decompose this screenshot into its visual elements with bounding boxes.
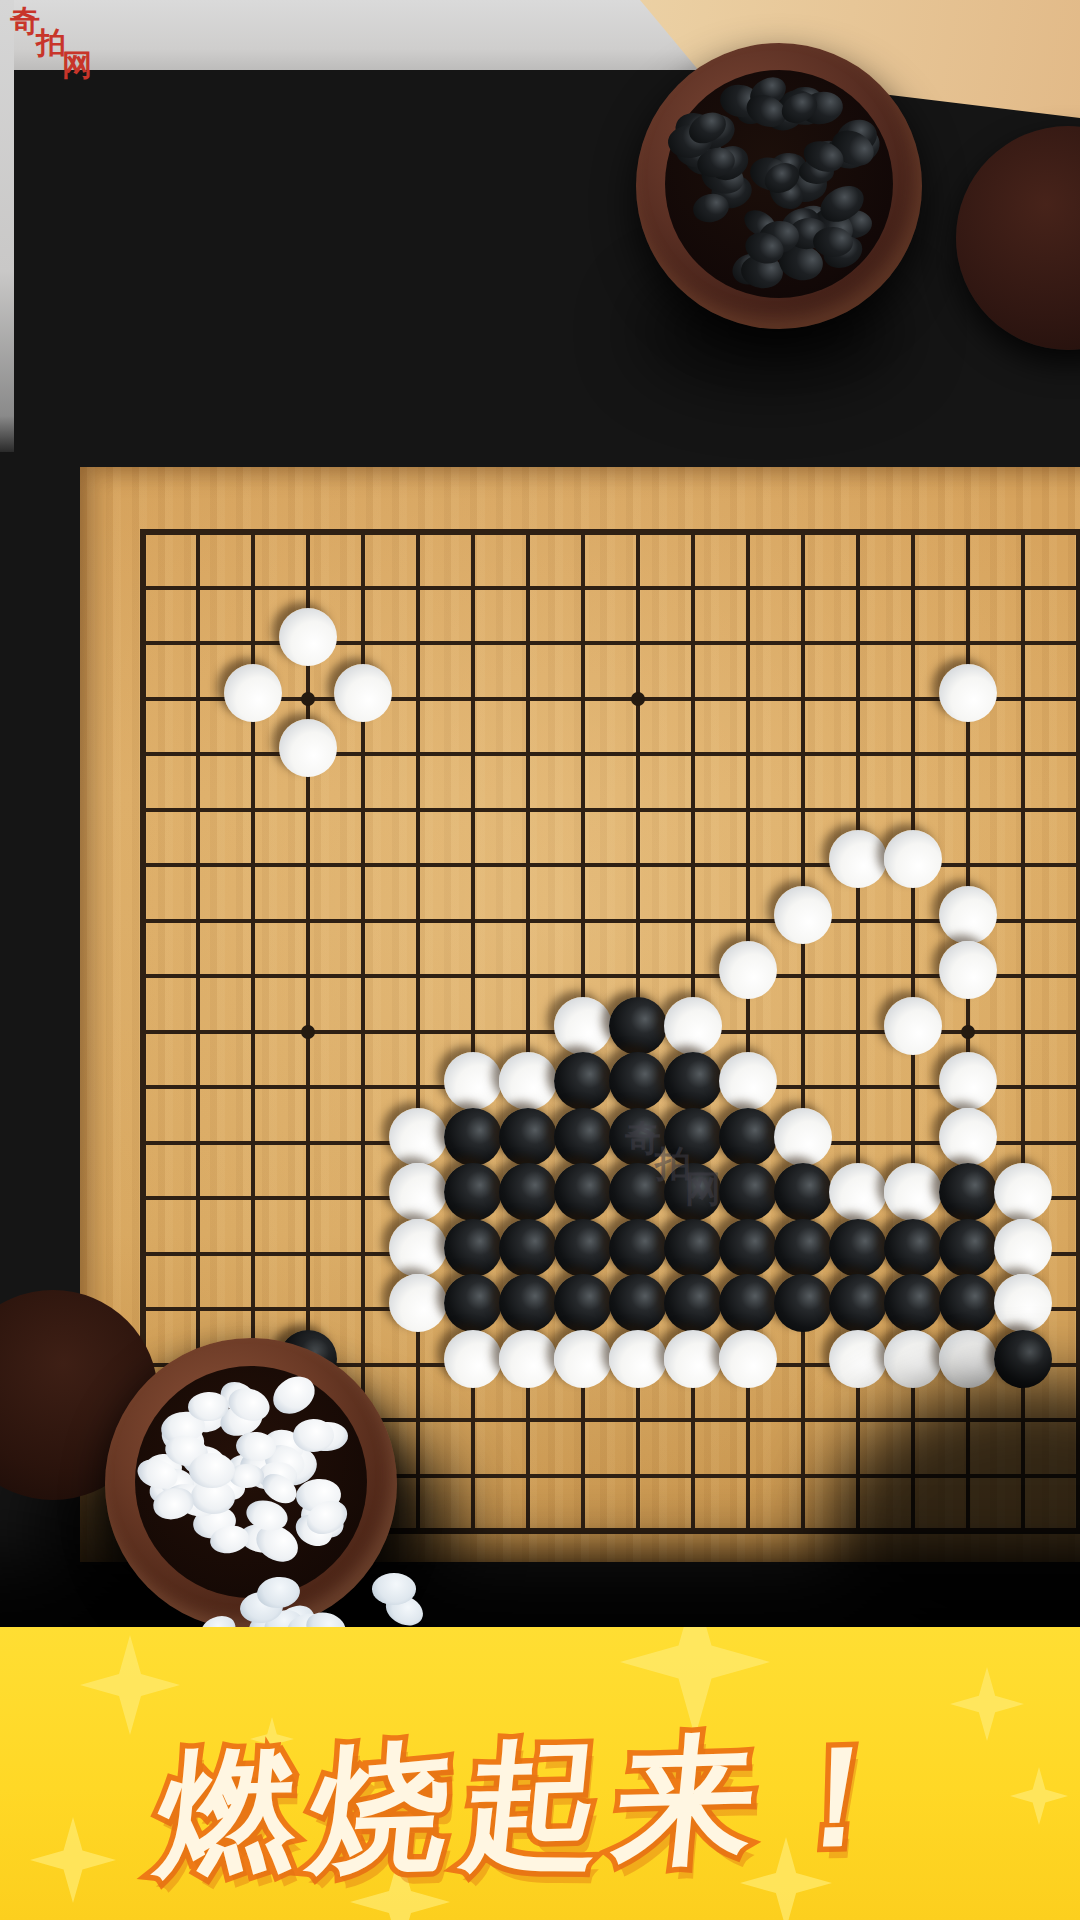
bowl-stone-white bbox=[189, 1453, 235, 1488]
stone-white[interactable] bbox=[609, 1330, 667, 1388]
white-stone-bowl bbox=[105, 1338, 397, 1630]
stone-black[interactable] bbox=[609, 1052, 667, 1110]
stone-black[interactable] bbox=[939, 1163, 997, 1221]
stone-black[interactable] bbox=[664, 1052, 722, 1110]
stone-white[interactable] bbox=[939, 1108, 997, 1166]
watermark-char: 网 bbox=[62, 50, 92, 80]
stone-black[interactable] bbox=[829, 1219, 887, 1277]
stone-white[interactable] bbox=[279, 719, 337, 777]
stone-black[interactable] bbox=[499, 1163, 557, 1221]
stone-white[interactable] bbox=[829, 1330, 887, 1388]
star-point bbox=[961, 1025, 975, 1039]
grid-line-horizontal bbox=[140, 586, 1080, 590]
stone-black[interactable] bbox=[499, 1108, 557, 1166]
watermark-char: 网 bbox=[685, 1171, 721, 1207]
star-point bbox=[301, 1025, 315, 1039]
grid-line-horizontal bbox=[140, 529, 1080, 535]
stone-white[interactable] bbox=[389, 1219, 447, 1277]
stone-white[interactable] bbox=[389, 1274, 447, 1332]
stone-white[interactable] bbox=[499, 1330, 557, 1388]
black-stone-bowl-cavity bbox=[665, 70, 893, 298]
stone-white[interactable] bbox=[664, 997, 722, 1055]
game-screen: 奇拍网 奇拍网 奇拍网 燃烧起来！ bbox=[0, 0, 1080, 1920]
stone-black[interactable] bbox=[719, 1274, 777, 1332]
stone-white[interactable] bbox=[994, 1274, 1052, 1332]
stone-white[interactable] bbox=[389, 1108, 447, 1166]
stone-white[interactable] bbox=[939, 664, 997, 722]
stone-white[interactable] bbox=[444, 1052, 502, 1110]
stone-black[interactable] bbox=[444, 1163, 502, 1221]
stone-black[interactable] bbox=[554, 1219, 612, 1277]
stone-black[interactable] bbox=[444, 1274, 502, 1332]
stone-white[interactable] bbox=[664, 1330, 722, 1388]
stone-black[interactable] bbox=[444, 1108, 502, 1166]
stone-black[interactable] bbox=[609, 997, 667, 1055]
stone-white[interactable] bbox=[994, 1163, 1052, 1221]
stone-black[interactable] bbox=[719, 1219, 777, 1277]
stone-black[interactable] bbox=[994, 1330, 1052, 1388]
stone-white[interactable] bbox=[774, 886, 832, 944]
stone-white[interactable] bbox=[719, 1052, 777, 1110]
star-point bbox=[631, 692, 645, 706]
stone-black[interactable] bbox=[554, 1108, 612, 1166]
stone-white[interactable] bbox=[884, 997, 942, 1055]
bowl-stone-white bbox=[372, 1573, 416, 1605]
star-point bbox=[301, 692, 315, 706]
stone-white[interactable] bbox=[939, 1330, 997, 1388]
stone-black[interactable] bbox=[664, 1219, 722, 1277]
stone-black[interactable] bbox=[444, 1219, 502, 1277]
stone-black[interactable] bbox=[664, 1274, 722, 1332]
stone-white[interactable] bbox=[939, 886, 997, 944]
stone-black[interactable] bbox=[774, 1274, 832, 1332]
stone-black[interactable] bbox=[884, 1219, 942, 1277]
stone-white[interactable] bbox=[444, 1330, 502, 1388]
stone-black[interactable] bbox=[774, 1219, 832, 1277]
stone-black[interactable] bbox=[609, 1274, 667, 1332]
stone-white[interactable] bbox=[884, 1163, 942, 1221]
stone-white[interactable] bbox=[719, 1330, 777, 1388]
stone-black[interactable] bbox=[554, 1052, 612, 1110]
stone-white[interactable] bbox=[224, 664, 282, 722]
stone-white[interactable] bbox=[884, 830, 942, 888]
stone-black[interactable] bbox=[939, 1274, 997, 1332]
stone-white[interactable] bbox=[829, 1163, 887, 1221]
stone-white[interactable] bbox=[884, 1330, 942, 1388]
stone-white[interactable] bbox=[389, 1163, 447, 1221]
stone-white[interactable] bbox=[939, 1052, 997, 1110]
stone-white[interactable] bbox=[334, 664, 392, 722]
bowl-lid-right bbox=[956, 126, 1080, 350]
black-stone-bowl bbox=[636, 43, 922, 329]
stone-black[interactable] bbox=[554, 1163, 612, 1221]
stone-white[interactable] bbox=[829, 830, 887, 888]
sparkle-icon bbox=[80, 1635, 180, 1735]
stone-white[interactable] bbox=[554, 997, 612, 1055]
stone-black[interactable] bbox=[499, 1274, 557, 1332]
stone-black[interactable] bbox=[829, 1274, 887, 1332]
stone-white[interactable] bbox=[774, 1108, 832, 1166]
stone-black[interactable] bbox=[554, 1274, 612, 1332]
stone-black[interactable] bbox=[884, 1274, 942, 1332]
stone-black[interactable] bbox=[719, 1163, 777, 1221]
white-stone-bowl-cavity bbox=[135, 1366, 367, 1598]
stone-black[interactable] bbox=[719, 1108, 777, 1166]
stone-white[interactable] bbox=[939, 941, 997, 999]
bowl-stone-white bbox=[266, 1369, 322, 1422]
stone-black[interactable] bbox=[609, 1219, 667, 1277]
grid-line-horizontal bbox=[140, 808, 1080, 812]
stone-black[interactable] bbox=[774, 1163, 832, 1221]
stone-white[interactable] bbox=[994, 1219, 1052, 1277]
stone-white[interactable] bbox=[719, 941, 777, 999]
stone-black[interactable] bbox=[499, 1219, 557, 1277]
stone-black[interactable] bbox=[939, 1219, 997, 1277]
stone-white[interactable] bbox=[554, 1330, 612, 1388]
stone-white[interactable] bbox=[499, 1052, 557, 1110]
left-edge-strip bbox=[0, 0, 14, 452]
stone-white[interactable] bbox=[279, 608, 337, 666]
banner-text: 燃烧起来！ bbox=[0, 1699, 1080, 1913]
bottom-banner: 燃烧起来！ bbox=[0, 1627, 1080, 1920]
